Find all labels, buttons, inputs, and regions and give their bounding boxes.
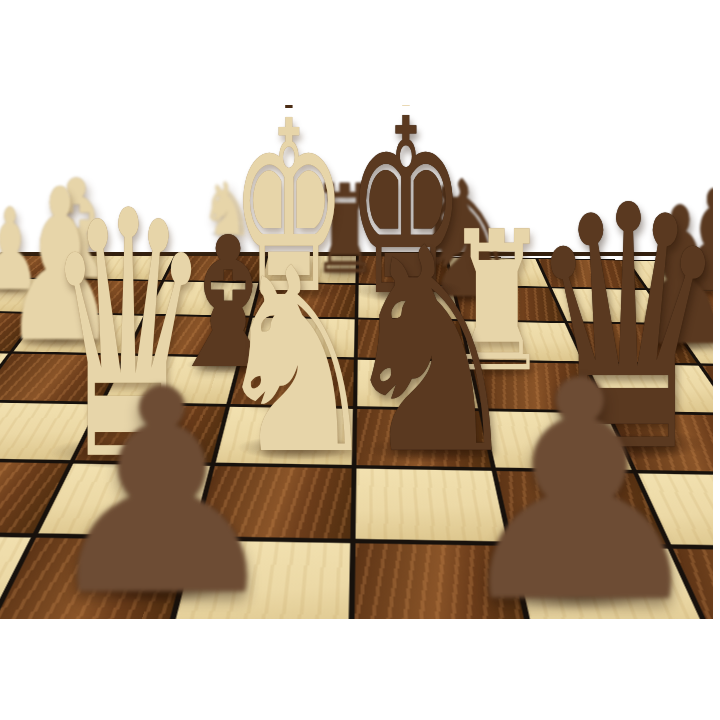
dark-pawn-foreground-right[interactable]: ♟ (444, 341, 713, 619)
piece-glyph: ♟ (444, 341, 713, 619)
piece-glyph: ♟ (36, 353, 289, 619)
piece-layer: ♟♝♟♞♚✚♜♚✚♞♟♟♛♝♞♞♜♛♟♟ (0, 105, 713, 619)
product-photo: ♟♝♟♞♚✚♜♚✚♞♟♟♛♝♞♞♜♛♟♟ (0, 0, 720, 720)
dark-pawn-foreground-left[interactable]: ♟ (36, 353, 289, 619)
king-cross-topper: ✚ (390, 105, 422, 113)
photo-area: ♟♝♟♞♚✚♜♚✚♞♟♟♛♝♞♞♜♛♟♟ (0, 105, 713, 619)
